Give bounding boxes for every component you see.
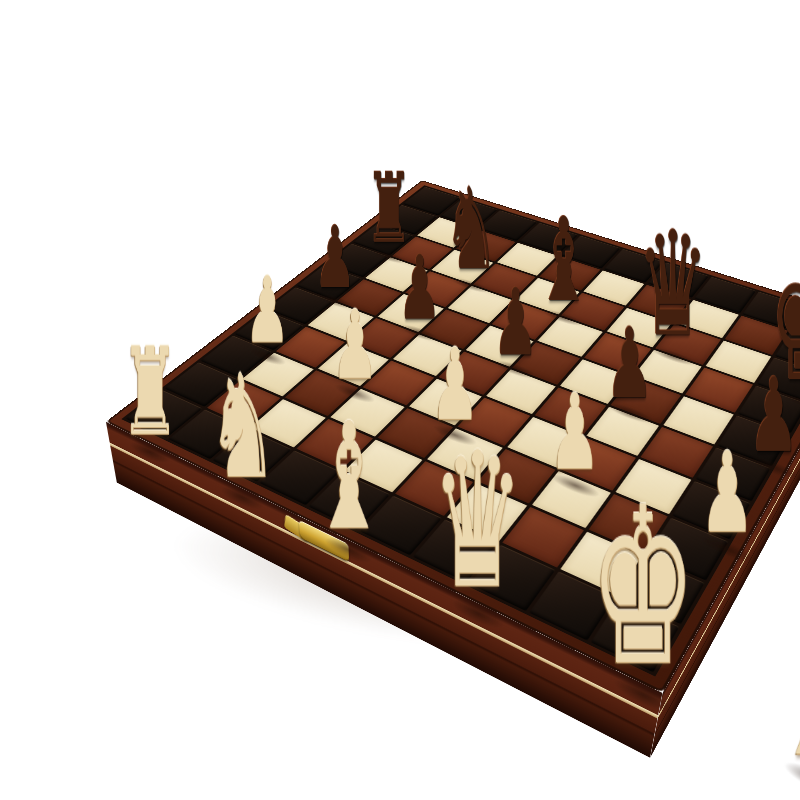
black-pawn-d7: ♟ [606,316,654,413]
product-photo-scene: ♜♞♝♛♚♝♞♜♟♟♟♟♟♟♟♟♟♟♟♟♟♟♟♟♜♞♝♛♚♝♞♜ [0,0,800,800]
black-pawn-a7: ♟ [314,216,356,301]
white-rook-a1: ♜ [120,332,179,453]
white-bishop-c1: ♝ [312,403,385,550]
white-king-e1: ♚ [590,479,697,695]
white-bishop-f1: ♝ [774,602,800,781]
black-pawn-b7: ♟ [398,245,442,333]
black-pawn-e7: ♟ [748,365,798,467]
white-queen-d1: ♛ [432,427,524,614]
white-knight-b1: ♞ [207,355,277,497]
white-pawn-e2: ♟ [699,438,754,549]
white-pawn-b2: ♟ [332,298,379,393]
white-pawn-a2: ♟ [245,266,290,357]
black-bishop-c8: ♝ [535,203,592,318]
black-knight-b8: ♞ [443,173,499,286]
black-pawn-c7: ♟ [493,277,538,369]
